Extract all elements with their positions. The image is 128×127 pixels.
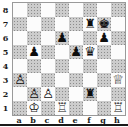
square-d3[interactable]	[55, 73, 69, 87]
black-queen-f5[interactable]: ♛	[84, 45, 96, 59]
rank-label-8: 8	[0, 3, 11, 17]
square-c1[interactable]	[41, 101, 55, 115]
square-h7[interactable]	[111, 17, 125, 31]
black-king-g7[interactable]: ♚	[98, 17, 110, 31]
square-d7[interactable]	[55, 17, 69, 31]
black-pawn-e5[interactable]: ♟	[70, 45, 82, 59]
square-c7[interactable]	[41, 17, 55, 31]
square-d1[interactable]: ♖	[55, 101, 69, 115]
square-e7[interactable]	[69, 17, 83, 31]
square-c4[interactable]	[41, 59, 55, 73]
square-d6[interactable]: ♟	[55, 31, 69, 45]
rank-label-5: 5	[0, 45, 11, 59]
square-g5[interactable]	[97, 45, 111, 59]
white-pawn-a3[interactable]: ♙	[14, 73, 26, 87]
rank-label-6: 6	[0, 31, 11, 45]
square-b3[interactable]	[27, 73, 41, 87]
black-rook-f2[interactable]: ♜	[84, 87, 96, 101]
square-a4[interactable]	[13, 59, 27, 73]
white-pawn-b2[interactable]: ♙	[28, 87, 40, 101]
square-h8[interactable]	[111, 3, 125, 17]
square-b4[interactable]	[27, 59, 41, 73]
square-d2[interactable]	[55, 87, 69, 101]
square-f1[interactable]	[83, 101, 97, 115]
square-e4[interactable]	[69, 59, 83, 73]
rank-label-3: 3	[0, 73, 11, 87]
square-e3[interactable]	[69, 73, 83, 87]
white-queen-h3[interactable]: ♕	[112, 73, 124, 87]
white-rook-d1[interactable]: ♖	[56, 101, 68, 115]
white-rook-h1[interactable]: ♖	[112, 101, 124, 115]
rank-label-7: 7	[0, 17, 11, 31]
square-e6[interactable]	[69, 31, 83, 45]
square-a7[interactable]	[13, 17, 27, 31]
square-d8[interactable]	[55, 3, 69, 17]
square-a1[interactable]	[13, 101, 27, 115]
square-c2[interactable]: ♙	[41, 87, 55, 101]
white-pawn-c2[interactable]: ♙	[42, 87, 54, 101]
square-g2[interactable]	[97, 87, 111, 101]
square-e8[interactable]	[69, 3, 83, 17]
square-c6[interactable]	[41, 31, 55, 45]
square-h3[interactable]: ♕	[111, 73, 125, 87]
square-b5[interactable]: ♟	[27, 45, 41, 59]
square-h5[interactable]	[111, 45, 125, 59]
square-c5[interactable]	[41, 45, 55, 59]
square-a3[interactable]: ♙	[13, 73, 27, 87]
square-b6[interactable]	[27, 31, 41, 45]
bottom-rule	[0, 124, 128, 126]
rank-label-2: 2	[0, 87, 11, 101]
black-rook-f7[interactable]: ♜	[84, 17, 96, 31]
square-f2[interactable]: ♜	[83, 87, 97, 101]
square-f7[interactable]: ♜	[83, 17, 97, 31]
square-e2[interactable]	[69, 87, 83, 101]
square-a8[interactable]	[13, 3, 27, 17]
square-g7[interactable]: ♚	[97, 17, 111, 31]
square-a2[interactable]	[13, 87, 27, 101]
square-f4[interactable]	[83, 59, 97, 73]
square-e5[interactable]: ♟	[69, 45, 83, 59]
square-d5[interactable]	[55, 45, 69, 59]
square-g1[interactable]	[97, 101, 111, 115]
square-b8[interactable]	[27, 3, 41, 17]
square-g8[interactable]	[97, 3, 111, 17]
square-a5[interactable]	[13, 45, 27, 59]
square-h4[interactable]	[111, 59, 125, 73]
white-king-b1[interactable]: ♔	[28, 101, 40, 115]
square-f5[interactable]: ♛	[83, 45, 97, 59]
chess-board[interactable]: ♜♚♟♟♟♟♛♙♕♙♙♜♔♖♖	[12, 2, 126, 116]
square-d4[interactable]	[55, 59, 69, 73]
square-h1[interactable]: ♖	[111, 101, 125, 115]
square-h6[interactable]	[111, 31, 125, 45]
square-g6[interactable]: ♟	[97, 31, 111, 45]
square-f6[interactable]	[83, 31, 97, 45]
square-g3[interactable]	[97, 73, 111, 87]
rank-label-4: 4	[0, 59, 11, 73]
square-e1[interactable]	[69, 101, 83, 115]
square-h2[interactable]	[111, 87, 125, 101]
square-a6[interactable]	[13, 31, 27, 45]
square-g4[interactable]	[97, 59, 111, 73]
square-f8[interactable]	[83, 3, 97, 17]
square-b1[interactable]: ♔	[27, 101, 41, 115]
square-b7[interactable]	[27, 17, 41, 31]
chess-diagram-page: 87654321 ♜♚♟♟♟♟♛♙♕♙♙♜♔♖♖ abcdefgh	[0, 0, 128, 127]
square-c3[interactable]	[41, 73, 55, 87]
rank-label-1: 1	[0, 101, 11, 115]
square-f3[interactable]	[83, 73, 97, 87]
square-b2[interactable]: ♙	[27, 87, 41, 101]
black-pawn-d6[interactable]: ♟	[56, 31, 68, 45]
black-pawn-g6[interactable]: ♟	[98, 31, 110, 45]
black-pawn-b5[interactable]: ♟	[28, 45, 40, 59]
square-c8[interactable]	[41, 3, 55, 17]
